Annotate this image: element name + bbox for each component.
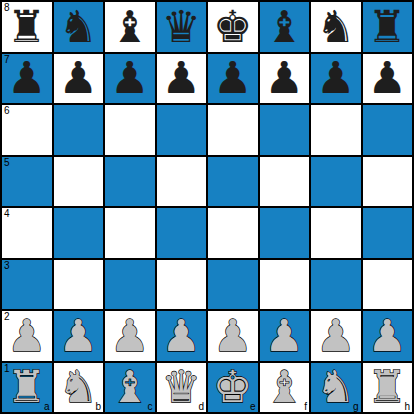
square-h2[interactable]: ♟ — [363, 311, 413, 361]
square-a8[interactable]: 8♜ — [2, 2, 52, 52]
black-bishop-icon[interactable]: ♝ — [265, 5, 304, 49]
square-f2[interactable]: ♟ — [260, 311, 310, 361]
square-a2[interactable]: 2♟ — [2, 311, 52, 361]
white-pawn-icon[interactable]: ♟ — [162, 314, 201, 358]
square-e1[interactable]: e♚ — [208, 363, 258, 413]
rank-label-7: 7 — [4, 55, 10, 65]
file-label-b: b — [95, 402, 101, 412]
square-f1[interactable]: f♝ — [260, 363, 310, 413]
file-label-f: f — [304, 402, 307, 412]
black-knight-icon[interactable]: ♞ — [59, 5, 98, 49]
square-g4[interactable] — [311, 208, 361, 258]
square-b6[interactable] — [54, 105, 104, 155]
square-c3[interactable] — [105, 260, 155, 310]
white-bishop-icon[interactable]: ♝ — [110, 365, 149, 409]
square-d7[interactable]: ♟ — [157, 54, 207, 104]
black-rook-icon[interactable]: ♜ — [368, 5, 407, 49]
square-b2[interactable]: ♟ — [54, 311, 104, 361]
white-pawn-icon[interactable]: ♟ — [7, 314, 46, 358]
black-knight-icon[interactable]: ♞ — [316, 5, 355, 49]
rank-label-2: 2 — [4, 312, 10, 322]
square-h1[interactable]: h♜ — [363, 363, 413, 413]
square-g2[interactable]: ♟ — [311, 311, 361, 361]
square-g6[interactable] — [311, 105, 361, 155]
square-g8[interactable]: ♞ — [311, 2, 361, 52]
square-c1[interactable]: c♝ — [105, 363, 155, 413]
file-label-a: a — [44, 402, 50, 412]
black-rook-icon[interactable]: ♜ — [7, 5, 46, 49]
square-a6[interactable]: 6 — [2, 105, 52, 155]
square-d2[interactable]: ♟ — [157, 311, 207, 361]
square-h7[interactable]: ♟ — [363, 54, 413, 104]
square-h5[interactable] — [363, 157, 413, 207]
square-e7[interactable]: ♟ — [208, 54, 258, 104]
black-pawn-icon[interactable]: ♟ — [162, 56, 201, 100]
black-bishop-icon[interactable]: ♝ — [110, 5, 149, 49]
square-c4[interactable] — [105, 208, 155, 258]
square-b3[interactable] — [54, 260, 104, 310]
black-pawn-icon[interactable]: ♟ — [59, 56, 98, 100]
black-queen-icon[interactable]: ♛ — [162, 5, 201, 49]
square-a5[interactable]: 5 — [2, 157, 52, 207]
square-c7[interactable]: ♟ — [105, 54, 155, 104]
rank-label-6: 6 — [4, 106, 10, 116]
square-d1[interactable]: d♛ — [157, 363, 207, 413]
square-a1[interactable]: 1a♜ — [2, 363, 52, 413]
white-king-icon[interactable]: ♚ — [213, 365, 252, 409]
file-label-h: h — [404, 402, 410, 412]
square-c6[interactable] — [105, 105, 155, 155]
white-pawn-icon[interactable]: ♟ — [110, 314, 149, 358]
square-e6[interactable] — [208, 105, 258, 155]
square-g5[interactable] — [311, 157, 361, 207]
file-label-d: d — [198, 402, 204, 412]
rank-label-5: 5 — [4, 158, 10, 168]
white-pawn-icon[interactable]: ♟ — [316, 314, 355, 358]
square-d3[interactable] — [157, 260, 207, 310]
square-f5[interactable] — [260, 157, 310, 207]
white-bishop-icon[interactable]: ♝ — [265, 365, 304, 409]
square-h4[interactable] — [363, 208, 413, 258]
file-label-g: g — [353, 402, 359, 412]
square-a7[interactable]: 7♟ — [2, 54, 52, 104]
white-pawn-icon[interactable]: ♟ — [368, 314, 407, 358]
black-pawn-icon[interactable]: ♟ — [110, 56, 149, 100]
square-c8[interactable]: ♝ — [105, 2, 155, 52]
white-pawn-icon[interactable]: ♟ — [59, 314, 98, 358]
black-pawn-icon[interactable]: ♟ — [213, 56, 252, 100]
square-f4[interactable] — [260, 208, 310, 258]
black-pawn-icon[interactable]: ♟ — [265, 56, 304, 100]
square-d4[interactable] — [157, 208, 207, 258]
square-f6[interactable] — [260, 105, 310, 155]
white-knight-icon[interactable]: ♞ — [59, 365, 98, 409]
white-pawn-icon[interactable]: ♟ — [213, 314, 252, 358]
square-d8[interactable]: ♛ — [157, 2, 207, 52]
square-e2[interactable]: ♟ — [208, 311, 258, 361]
rank-label-4: 4 — [4, 209, 10, 219]
rank-label-8: 8 — [4, 3, 10, 13]
square-a4[interactable]: 4 — [2, 208, 52, 258]
square-d6[interactable] — [157, 105, 207, 155]
file-label-c: c — [148, 402, 153, 412]
square-h8[interactable]: ♜ — [363, 2, 413, 52]
square-c2[interactable]: ♟ — [105, 311, 155, 361]
square-b7[interactable]: ♟ — [54, 54, 104, 104]
black-pawn-icon[interactable]: ♟ — [368, 56, 407, 100]
square-b4[interactable] — [54, 208, 104, 258]
square-h6[interactable] — [363, 105, 413, 155]
square-h3[interactable] — [363, 260, 413, 310]
square-c5[interactable] — [105, 157, 155, 207]
square-g7[interactable]: ♟ — [311, 54, 361, 104]
square-e4[interactable] — [208, 208, 258, 258]
black-pawn-icon[interactable]: ♟ — [316, 56, 355, 100]
square-f3[interactable] — [260, 260, 310, 310]
white-rook-icon[interactable]: ♜ — [368, 365, 407, 409]
white-queen-icon[interactable]: ♛ — [162, 365, 201, 409]
square-f7[interactable]: ♟ — [260, 54, 310, 104]
white-knight-icon[interactable]: ♞ — [316, 365, 355, 409]
square-e8[interactable]: ♚ — [208, 2, 258, 52]
chess-board: 8♜♞♝♛♚♝♞♜7♟♟♟♟♟♟♟♟65432♟♟♟♟♟♟♟♟1a♜b♞c♝d♛… — [0, 0, 414, 414]
square-g3[interactable] — [311, 260, 361, 310]
rank-label-1: 1 — [4, 364, 10, 374]
square-a3[interactable]: 3 — [2, 260, 52, 310]
square-e3[interactable] — [208, 260, 258, 310]
white-rook-icon[interactable]: ♜ — [7, 365, 46, 409]
square-b1[interactable]: b♞ — [54, 363, 104, 413]
square-b5[interactable] — [54, 157, 104, 207]
square-e5[interactable] — [208, 157, 258, 207]
square-f8[interactable]: ♝ — [260, 2, 310, 52]
black-king-icon[interactable]: ♚ — [213, 5, 252, 49]
square-g1[interactable]: g♞ — [311, 363, 361, 413]
square-d5[interactable] — [157, 157, 207, 207]
rank-label-3: 3 — [4, 261, 10, 271]
square-b8[interactable]: ♞ — [54, 2, 104, 52]
white-pawn-icon[interactable]: ♟ — [265, 314, 304, 358]
file-label-e: e — [250, 402, 256, 412]
black-pawn-icon[interactable]: ♟ — [7, 56, 46, 100]
